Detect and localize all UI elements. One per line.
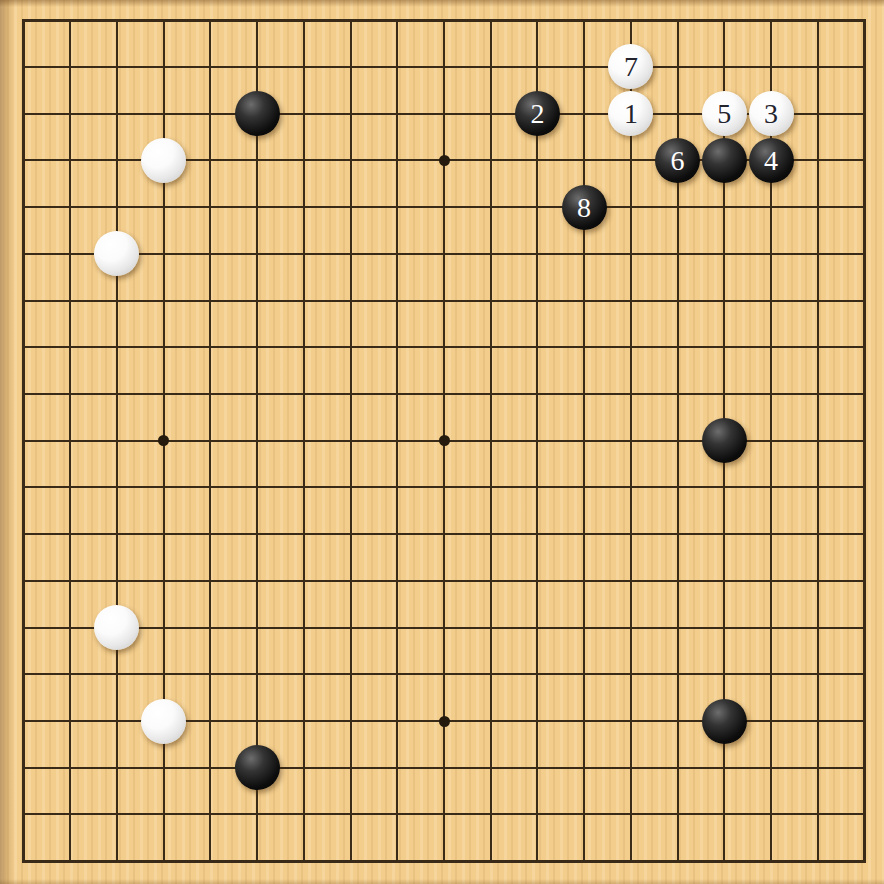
black-stone[interactable] bbox=[702, 138, 747, 183]
grid-line-horizontal bbox=[22, 533, 866, 535]
grid-line-vertical bbox=[817, 19, 819, 863]
board-edge-left bbox=[0, 0, 15, 884]
black-stone[interactable] bbox=[702, 699, 747, 744]
white-stone[interactable] bbox=[141, 699, 186, 744]
black-stone[interactable]: 4 bbox=[749, 138, 794, 183]
grid-line-vertical bbox=[630, 19, 632, 863]
star-point bbox=[439, 435, 450, 446]
black-stone[interactable]: 6 bbox=[655, 138, 700, 183]
black-stone[interactable]: 2 bbox=[515, 91, 560, 136]
black-stone[interactable] bbox=[702, 418, 747, 463]
white-stone[interactable] bbox=[141, 138, 186, 183]
move-number: 2 bbox=[530, 91, 544, 136]
move-number: 5 bbox=[717, 91, 731, 136]
white-stone[interactable] bbox=[94, 231, 139, 276]
move-number: 7 bbox=[624, 44, 638, 89]
black-stone[interactable] bbox=[235, 745, 280, 790]
grid-line-horizontal bbox=[22, 486, 866, 488]
move-number: 4 bbox=[764, 138, 778, 183]
black-stone[interactable] bbox=[235, 91, 280, 136]
move-number: 3 bbox=[764, 91, 778, 136]
white-stone[interactable]: 3 bbox=[749, 91, 794, 136]
move-number: 8 bbox=[577, 185, 591, 230]
grid-line-vertical bbox=[536, 19, 538, 863]
black-stone[interactable]: 8 bbox=[562, 185, 607, 230]
white-stone[interactable]: 1 bbox=[608, 91, 653, 136]
white-stone[interactable]: 7 bbox=[608, 44, 653, 89]
move-number: 1 bbox=[624, 91, 638, 136]
grid-line-horizontal bbox=[22, 860, 866, 863]
white-stone[interactable] bbox=[94, 605, 139, 650]
grid-line-horizontal bbox=[22, 813, 866, 815]
go-board[interactable]: 27153648 bbox=[0, 0, 884, 884]
grid-line-vertical bbox=[583, 19, 585, 863]
grid-line-horizontal bbox=[22, 767, 866, 769]
grid-line-horizontal bbox=[22, 673, 866, 675]
white-stone[interactable]: 5 bbox=[702, 91, 747, 136]
grid-line-vertical bbox=[490, 19, 492, 863]
star-point bbox=[439, 716, 450, 727]
move-number: 6 bbox=[671, 138, 685, 183]
grid-line-horizontal bbox=[22, 580, 866, 582]
board-edge-bottom bbox=[0, 879, 884, 884]
star-point bbox=[158, 435, 169, 446]
grid-line-vertical bbox=[863, 19, 866, 863]
board-edge-top bbox=[0, 0, 884, 7]
star-point bbox=[439, 155, 450, 166]
grid-line-horizontal bbox=[22, 627, 866, 629]
